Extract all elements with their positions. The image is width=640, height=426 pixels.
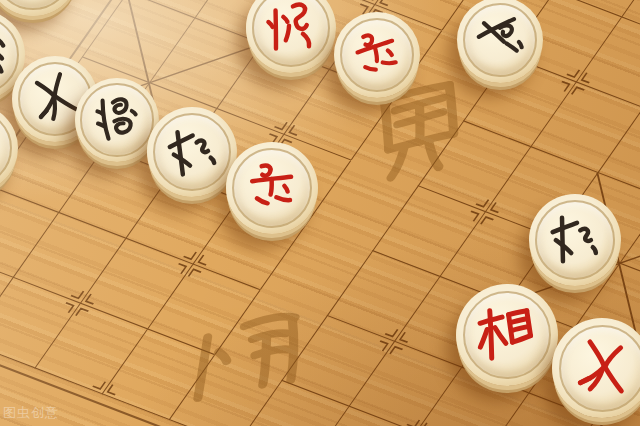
piece-red-elephant	[456, 284, 558, 386]
piece-glyph	[0, 117, 2, 174]
piece-glyph	[344, 21, 407, 84]
piece-black-cannon	[147, 107, 237, 197]
piece-unknown-unidentified	[0, 0, 79, 16]
piece-black-horse	[457, 0, 543, 83]
piece-glyph	[566, 329, 637, 400]
piece-red-soldier	[334, 12, 420, 98]
pieces-layer	[0, 0, 640, 426]
piece-glyph	[155, 114, 225, 184]
piece-glyph	[85, 86, 147, 148]
piece-black-cannon	[529, 194, 621, 286]
photo-stage: 图虫创意	[0, 0, 640, 426]
piece-glyph	[541, 204, 607, 270]
piece-glyph	[0, 23, 9, 82]
watermark: 图虫创意	[3, 404, 59, 422]
piece-glyph	[239, 153, 303, 217]
piece-glyph	[257, 0, 322, 58]
piece-red-advisor	[552, 318, 640, 418]
piece-red-cannon	[246, 0, 336, 73]
piece-red-soldier	[226, 142, 318, 234]
piece-glyph	[471, 297, 541, 367]
piece-glyph	[465, 4, 531, 70]
